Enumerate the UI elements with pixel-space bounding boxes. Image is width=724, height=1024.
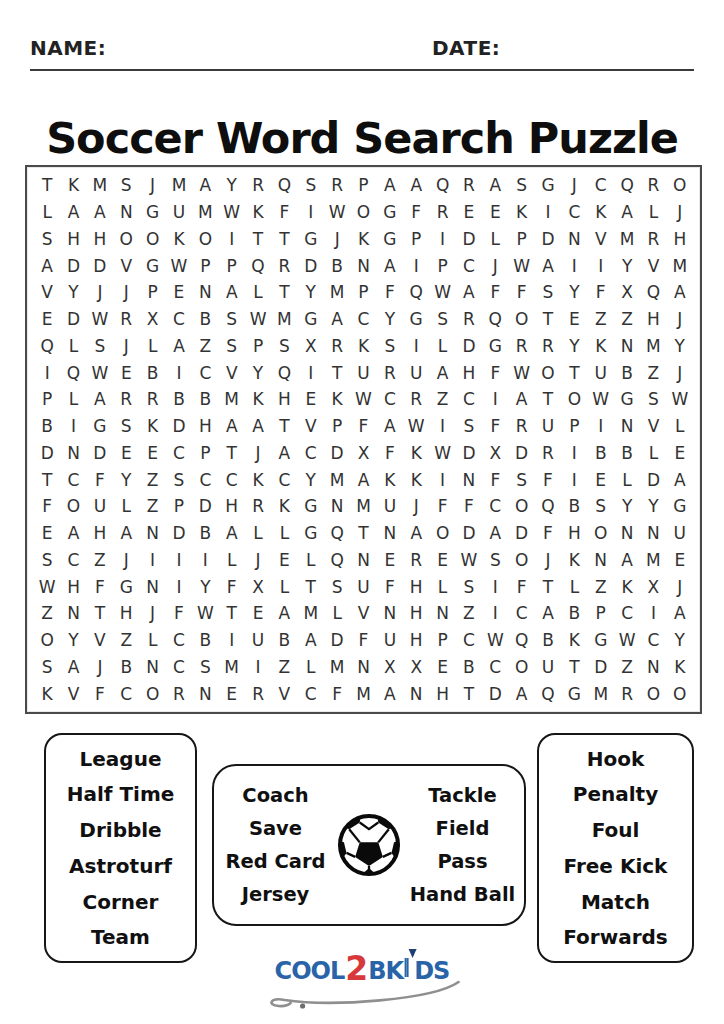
grid-cell-r11c12[interactable]: D bbox=[324, 440, 350, 467]
grid-cell-r13c2[interactable]: O bbox=[60, 493, 86, 520]
grid-cell-r15c25[interactable]: E bbox=[667, 547, 693, 574]
grid-cell-r13c21[interactable]: B bbox=[561, 493, 587, 520]
grid-cell-r5c24[interactable]: Q bbox=[640, 279, 666, 306]
grid-cell-r5c3[interactable]: J bbox=[87, 279, 113, 306]
grid-cell-r11c16[interactable]: W bbox=[429, 440, 455, 467]
grid-cell-r11c20[interactable]: R bbox=[535, 440, 561, 467]
grid-cell-r19c24[interactable]: N bbox=[640, 654, 666, 681]
grid-cell-r19c7[interactable]: S bbox=[192, 654, 218, 681]
grid-cell-r9c22[interactable]: W bbox=[588, 386, 614, 413]
grid-cell-r14c20[interactable]: F bbox=[535, 520, 561, 547]
grid-cell-r3c4[interactable]: O bbox=[113, 226, 139, 253]
grid-cell-r14c6[interactable]: D bbox=[166, 520, 192, 547]
grid-cell-r10c22[interactable]: I bbox=[588, 413, 614, 440]
grid-cell-r16c1[interactable]: W bbox=[34, 573, 60, 600]
grid-cell-r8c19[interactable]: W bbox=[508, 359, 534, 386]
grid-cell-r4c4[interactable]: V bbox=[113, 252, 139, 279]
grid-cell-r15c17[interactable]: W bbox=[456, 547, 482, 574]
grid-cell-r17c6[interactable]: F bbox=[166, 600, 192, 627]
grid-cell-r4c1[interactable]: A bbox=[34, 252, 60, 279]
grid-cell-r17c8[interactable]: T bbox=[219, 600, 245, 627]
grid-cell-r7c24[interactable]: M bbox=[640, 333, 666, 360]
grid-cell-r10c23[interactable]: N bbox=[614, 413, 640, 440]
grid-cell-r4c22[interactable]: I bbox=[588, 252, 614, 279]
grid-cell-r8c1[interactable]: I bbox=[34, 359, 60, 386]
grid-cell-r2c6[interactable]: U bbox=[166, 199, 192, 226]
grid-cell-r4c16[interactable]: P bbox=[429, 252, 455, 279]
grid-cell-r15c6[interactable]: I bbox=[166, 547, 192, 574]
grid-cell-r3c7[interactable]: O bbox=[192, 226, 218, 253]
grid-cell-r5c19[interactable]: F bbox=[508, 279, 534, 306]
grid-cell-r1c16[interactable]: Q bbox=[429, 172, 455, 199]
grid-cell-r7c25[interactable]: Y bbox=[667, 333, 693, 360]
grid-cell-r9c25[interactable]: W bbox=[667, 386, 693, 413]
grid-cell-r15c10[interactable]: E bbox=[271, 547, 297, 574]
grid-cell-r1c6[interactable]: M bbox=[166, 172, 192, 199]
grid-cell-r20c22[interactable]: M bbox=[588, 680, 614, 707]
grid-cell-r4c2[interactable]: D bbox=[60, 252, 86, 279]
grid-cell-r17c12[interactable]: L bbox=[324, 600, 350, 627]
grid-cell-r5c2[interactable]: Y bbox=[60, 279, 86, 306]
grid-cell-r10c20[interactable]: U bbox=[535, 413, 561, 440]
grid-cell-r12c13[interactable]: A bbox=[350, 466, 376, 493]
grid-cell-r3c1[interactable]: S bbox=[34, 226, 60, 253]
grid-cell-r7c7[interactable]: Z bbox=[192, 333, 218, 360]
grid-cell-r13c14[interactable]: U bbox=[377, 493, 403, 520]
grid-cell-r14c19[interactable]: D bbox=[508, 520, 534, 547]
grid-cell-r13c11[interactable]: G bbox=[298, 493, 324, 520]
grid-cell-r17c24[interactable]: I bbox=[640, 600, 666, 627]
grid-cell-r1c1[interactable]: T bbox=[34, 172, 60, 199]
grid-cell-r12c23[interactable]: L bbox=[614, 466, 640, 493]
grid-cell-r10c2[interactable]: I bbox=[60, 413, 86, 440]
grid-cell-r13c10[interactable]: K bbox=[271, 493, 297, 520]
grid-cell-r10c12[interactable]: P bbox=[324, 413, 350, 440]
grid-cell-r18c17[interactable]: C bbox=[456, 627, 482, 654]
grid-cell-r16c17[interactable]: S bbox=[456, 573, 482, 600]
grid-cell-r1c10[interactable]: Q bbox=[271, 172, 297, 199]
grid-cell-r9c18[interactable]: I bbox=[482, 386, 508, 413]
grid-cell-r7c11[interactable]: X bbox=[298, 333, 324, 360]
grid-cell-r3c14[interactable]: G bbox=[377, 226, 403, 253]
grid-cell-r20c19[interactable]: A bbox=[508, 680, 534, 707]
grid-cell-r20c15[interactable]: N bbox=[403, 680, 429, 707]
grid-cell-r4c8[interactable]: P bbox=[219, 252, 245, 279]
grid-cell-r7c4[interactable]: J bbox=[113, 333, 139, 360]
grid-cell-r8c9[interactable]: Y bbox=[245, 359, 271, 386]
grid-cell-r20c20[interactable]: Q bbox=[535, 680, 561, 707]
grid-cell-r11c18[interactable]: X bbox=[482, 440, 508, 467]
grid-cell-r19c15[interactable]: X bbox=[403, 654, 429, 681]
grid-cell-r16c21[interactable]: L bbox=[561, 573, 587, 600]
grid-cell-r20c16[interactable]: H bbox=[429, 680, 455, 707]
grid-cell-r15c23[interactable]: A bbox=[614, 547, 640, 574]
grid-cell-r17c4[interactable]: H bbox=[113, 600, 139, 627]
grid-cell-r15c3[interactable]: Z bbox=[87, 547, 113, 574]
grid-cell-r4c17[interactable]: C bbox=[456, 252, 482, 279]
grid-cell-r9c9[interactable]: K bbox=[245, 386, 271, 413]
grid-cell-r2c24[interactable]: L bbox=[640, 199, 666, 226]
grid-cell-r4c10[interactable]: R bbox=[271, 252, 297, 279]
grid-cell-r18c5[interactable]: L bbox=[139, 627, 165, 654]
grid-cell-r19c6[interactable]: C bbox=[166, 654, 192, 681]
grid-cell-r10c25[interactable]: L bbox=[667, 413, 693, 440]
grid-cell-r6c1[interactable]: E bbox=[34, 306, 60, 333]
grid-cell-r7c14[interactable]: S bbox=[377, 333, 403, 360]
grid-cell-r16c11[interactable]: T bbox=[298, 573, 324, 600]
grid-cell-r13c7[interactable]: D bbox=[192, 493, 218, 520]
grid-cell-r16c4[interactable]: G bbox=[113, 573, 139, 600]
grid-cell-r14c16[interactable]: O bbox=[429, 520, 455, 547]
grid-cell-r6c8[interactable]: S bbox=[219, 306, 245, 333]
grid-cell-r2c18[interactable]: E bbox=[482, 199, 508, 226]
grid-cell-r15c5[interactable]: I bbox=[139, 547, 165, 574]
grid-cell-r18c14[interactable]: U bbox=[377, 627, 403, 654]
grid-cell-r2c16[interactable]: R bbox=[429, 199, 455, 226]
grid-cell-r20c4[interactable]: C bbox=[113, 680, 139, 707]
grid-cell-r10c4[interactable]: S bbox=[113, 413, 139, 440]
grid-cell-r8c18[interactable]: F bbox=[482, 359, 508, 386]
grid-cell-r7c2[interactable]: L bbox=[60, 333, 86, 360]
grid-cell-r13c22[interactable]: S bbox=[588, 493, 614, 520]
grid-cell-r1c18[interactable]: A bbox=[482, 172, 508, 199]
grid-cell-r11c10[interactable]: A bbox=[271, 440, 297, 467]
grid-cell-r6c24[interactable]: H bbox=[640, 306, 666, 333]
grid-cell-r1c25[interactable]: O bbox=[667, 172, 693, 199]
grid-cell-r10c24[interactable]: V bbox=[640, 413, 666, 440]
grid-cell-r20c6[interactable]: R bbox=[166, 680, 192, 707]
grid-cell-r16c13[interactable]: U bbox=[350, 573, 376, 600]
grid-cell-r6c19[interactable]: O bbox=[508, 306, 534, 333]
grid-cell-r11c21[interactable]: I bbox=[561, 440, 587, 467]
grid-cell-r8c2[interactable]: Q bbox=[60, 359, 86, 386]
grid-cell-r6c2[interactable]: D bbox=[60, 306, 86, 333]
grid-cell-r1c15[interactable]: A bbox=[403, 172, 429, 199]
grid-cell-r10c10[interactable]: T bbox=[271, 413, 297, 440]
grid-cell-r6c11[interactable]: G bbox=[298, 306, 324, 333]
grid-cell-r15c16[interactable]: E bbox=[429, 547, 455, 574]
grid-cell-r15c1[interactable]: S bbox=[34, 547, 60, 574]
grid-cell-r7c17[interactable]: D bbox=[456, 333, 482, 360]
grid-cell-r12c18[interactable]: F bbox=[482, 466, 508, 493]
grid-cell-r16c8[interactable]: F bbox=[219, 573, 245, 600]
grid-cell-r10c21[interactable]: P bbox=[561, 413, 587, 440]
grid-cell-r16c2[interactable]: H bbox=[60, 573, 86, 600]
grid-cell-r8c15[interactable]: U bbox=[403, 359, 429, 386]
grid-cell-r18c9[interactable]: U bbox=[245, 627, 271, 654]
grid-cell-r8c7[interactable]: C bbox=[192, 359, 218, 386]
grid-cell-r13c19[interactable]: O bbox=[508, 493, 534, 520]
grid-cell-r1c3[interactable]: M bbox=[87, 172, 113, 199]
grid-cell-r5c17[interactable]: A bbox=[456, 279, 482, 306]
grid-cell-r8c11[interactable]: I bbox=[298, 359, 324, 386]
grid-cell-r3c9[interactable]: T bbox=[245, 226, 271, 253]
grid-cell-r6c9[interactable]: W bbox=[245, 306, 271, 333]
grid-cell-r15c20[interactable]: J bbox=[535, 547, 561, 574]
grid-cell-r18c2[interactable]: Y bbox=[60, 627, 86, 654]
grid-cell-r16c23[interactable]: K bbox=[614, 573, 640, 600]
grid-cell-r2c19[interactable]: K bbox=[508, 199, 534, 226]
grid-cell-r9c5[interactable]: R bbox=[139, 386, 165, 413]
grid-cell-r12c11[interactable]: Y bbox=[298, 466, 324, 493]
grid-cell-r16c10[interactable]: L bbox=[271, 573, 297, 600]
grid-cell-r5c6[interactable]: E bbox=[166, 279, 192, 306]
grid-cell-r6c23[interactable]: Z bbox=[614, 306, 640, 333]
grid-cell-r12c9[interactable]: K bbox=[245, 466, 271, 493]
grid-cell-r17c5[interactable]: J bbox=[139, 600, 165, 627]
grid-cell-r14c2[interactable]: A bbox=[60, 520, 86, 547]
grid-cell-r11c5[interactable]: E bbox=[139, 440, 165, 467]
grid-cell-r14c8[interactable]: A bbox=[219, 520, 245, 547]
grid-cell-r12c19[interactable]: S bbox=[508, 466, 534, 493]
grid-cell-r10c16[interactable]: I bbox=[429, 413, 455, 440]
grid-cell-r14c1[interactable]: E bbox=[34, 520, 60, 547]
grid-cell-r9c13[interactable]: W bbox=[350, 386, 376, 413]
grid-cell-r9c19[interactable]: A bbox=[508, 386, 534, 413]
grid-cell-r9c4[interactable]: R bbox=[113, 386, 139, 413]
grid-cell-r3c18[interactable]: L bbox=[482, 226, 508, 253]
grid-cell-r18c16[interactable]: P bbox=[429, 627, 455, 654]
grid-cell-r3c19[interactable]: P bbox=[508, 226, 534, 253]
grid-cell-r17c17[interactable]: Z bbox=[456, 600, 482, 627]
grid-cell-r12c14[interactable]: K bbox=[377, 466, 403, 493]
grid-cell-r6c25[interactable]: J bbox=[667, 306, 693, 333]
grid-cell-r9c12[interactable]: K bbox=[324, 386, 350, 413]
grid-cell-r9c3[interactable]: A bbox=[87, 386, 113, 413]
grid-cell-r18c12[interactable]: D bbox=[324, 627, 350, 654]
grid-cell-r11c13[interactable]: X bbox=[350, 440, 376, 467]
grid-cell-r12c24[interactable]: D bbox=[640, 466, 666, 493]
grid-cell-r14c17[interactable]: D bbox=[456, 520, 482, 547]
grid-cell-r7c23[interactable]: N bbox=[614, 333, 640, 360]
grid-cell-r12c8[interactable]: C bbox=[219, 466, 245, 493]
grid-cell-r8c8[interactable]: V bbox=[219, 359, 245, 386]
grid-cell-r8c24[interactable]: Z bbox=[640, 359, 666, 386]
grid-cell-r17c19[interactable]: C bbox=[508, 600, 534, 627]
grid-cell-r15c9[interactable]: J bbox=[245, 547, 271, 574]
grid-cell-r5c20[interactable]: S bbox=[535, 279, 561, 306]
grid-cell-r13c13[interactable]: M bbox=[350, 493, 376, 520]
grid-cell-r5c8[interactable]: A bbox=[219, 279, 245, 306]
grid-cell-r2c13[interactable]: O bbox=[350, 199, 376, 226]
grid-cell-r20c11[interactable]: C bbox=[298, 680, 324, 707]
grid-cell-r4c21[interactable]: I bbox=[561, 252, 587, 279]
grid-cell-r19c14[interactable]: X bbox=[377, 654, 403, 681]
grid-cell-r5c5[interactable]: P bbox=[139, 279, 165, 306]
grid-cell-r4c24[interactable]: V bbox=[640, 252, 666, 279]
grid-cell-r6c20[interactable]: T bbox=[535, 306, 561, 333]
grid-cell-r13c8[interactable]: H bbox=[219, 493, 245, 520]
grid-cell-r4c23[interactable]: Y bbox=[614, 252, 640, 279]
grid-cell-r4c20[interactable]: A bbox=[535, 252, 561, 279]
grid-cell-r1c7[interactable]: A bbox=[192, 172, 218, 199]
grid-cell-r5c18[interactable]: F bbox=[482, 279, 508, 306]
grid-cell-r20c13[interactable]: M bbox=[350, 680, 376, 707]
grid-cell-r9c10[interactable]: H bbox=[271, 386, 297, 413]
grid-cell-r4c9[interactable]: Q bbox=[245, 252, 271, 279]
grid-cell-r13c18[interactable]: C bbox=[482, 493, 508, 520]
grid-cell-r6c12[interactable]: A bbox=[324, 306, 350, 333]
grid-cell-r2c2[interactable]: A bbox=[60, 199, 86, 226]
grid-cell-r10c3[interactable]: G bbox=[87, 413, 113, 440]
grid-cell-r19c21[interactable]: T bbox=[561, 654, 587, 681]
grid-cell-r10c11[interactable]: V bbox=[298, 413, 324, 440]
grid-cell-r12c10[interactable]: C bbox=[271, 466, 297, 493]
grid-cell-r3c6[interactable]: K bbox=[166, 226, 192, 253]
grid-cell-r13c1[interactable]: F bbox=[34, 493, 60, 520]
grid-cell-r1c14[interactable]: A bbox=[377, 172, 403, 199]
grid-cell-r2c14[interactable]: G bbox=[377, 199, 403, 226]
grid-cell-r7c21[interactable]: Y bbox=[561, 333, 587, 360]
grid-cell-r8c25[interactable]: J bbox=[667, 359, 693, 386]
grid-cell-r12c7[interactable]: C bbox=[192, 466, 218, 493]
grid-cell-r1c12[interactable]: R bbox=[324, 172, 350, 199]
grid-cell-r17c15[interactable]: H bbox=[403, 600, 429, 627]
grid-cell-r6c5[interactable]: X bbox=[139, 306, 165, 333]
grid-cell-r5c16[interactable]: W bbox=[429, 279, 455, 306]
grid-cell-r3c12[interactable]: J bbox=[324, 226, 350, 253]
grid-cell-r13c15[interactable]: J bbox=[403, 493, 429, 520]
grid-cell-r1c21[interactable]: J bbox=[561, 172, 587, 199]
grid-cell-r11c14[interactable]: F bbox=[377, 440, 403, 467]
grid-cell-r7c8[interactable]: S bbox=[219, 333, 245, 360]
grid-cell-r11c11[interactable]: C bbox=[298, 440, 324, 467]
grid-cell-r9c2[interactable]: L bbox=[60, 386, 86, 413]
grid-cell-r9c21[interactable]: O bbox=[561, 386, 587, 413]
grid-cell-r12c6[interactable]: S bbox=[166, 466, 192, 493]
grid-cell-r13c24[interactable]: Y bbox=[640, 493, 666, 520]
grid-cell-r11c8[interactable]: T bbox=[219, 440, 245, 467]
grid-cell-r6c3[interactable]: W bbox=[87, 306, 113, 333]
grid-cell-r2c17[interactable]: E bbox=[456, 199, 482, 226]
grid-cell-r2c23[interactable]: A bbox=[614, 199, 640, 226]
grid-cell-r17c23[interactable]: C bbox=[614, 600, 640, 627]
grid-cell-r15c4[interactable]: J bbox=[113, 547, 139, 574]
grid-cell-r10c1[interactable]: B bbox=[34, 413, 60, 440]
grid-cell-r9c1[interactable]: P bbox=[34, 386, 60, 413]
grid-cell-r2c4[interactable]: N bbox=[113, 199, 139, 226]
grid-cell-r15c19[interactable]: O bbox=[508, 547, 534, 574]
grid-cell-r15c14[interactable]: E bbox=[377, 547, 403, 574]
grid-cell-r8c6[interactable]: I bbox=[166, 359, 192, 386]
grid-cell-r17c21[interactable]: B bbox=[561, 600, 587, 627]
cool2bkids-logo[interactable]: COOL2BKDS bbox=[275, 956, 450, 1002]
grid-cell-r15c13[interactable]: N bbox=[350, 547, 376, 574]
grid-cell-r6c18[interactable]: Q bbox=[482, 306, 508, 333]
grid-cell-r19c20[interactable]: U bbox=[535, 654, 561, 681]
grid-cell-r5c10[interactable]: T bbox=[271, 279, 297, 306]
grid-cell-r14c23[interactable]: N bbox=[614, 520, 640, 547]
grid-cell-r12c22[interactable]: E bbox=[588, 466, 614, 493]
grid-cell-r18c25[interactable]: Y bbox=[667, 627, 693, 654]
grid-cell-r4c3[interactable]: D bbox=[87, 252, 113, 279]
grid-cell-r2c25[interactable]: J bbox=[667, 199, 693, 226]
grid-cell-r9c16[interactable]: Z bbox=[429, 386, 455, 413]
grid-cell-r17c7[interactable]: W bbox=[192, 600, 218, 627]
grid-cell-r18c8[interactable]: I bbox=[219, 627, 245, 654]
grid-cell-r7c19[interactable]: R bbox=[508, 333, 534, 360]
grid-cell-r12c15[interactable]: K bbox=[403, 466, 429, 493]
grid-cell-r1c4[interactable]: S bbox=[113, 172, 139, 199]
grid-cell-r18c22[interactable]: G bbox=[588, 627, 614, 654]
grid-cell-r3c13[interactable]: K bbox=[350, 226, 376, 253]
grid-cell-r18c6[interactable]: C bbox=[166, 627, 192, 654]
grid-cell-r20c23[interactable]: R bbox=[614, 680, 640, 707]
grid-cell-r13c17[interactable]: F bbox=[456, 493, 482, 520]
grid-cell-r14c25[interactable]: U bbox=[667, 520, 693, 547]
grid-cell-r9c24[interactable]: S bbox=[640, 386, 666, 413]
grid-cell-r9c15[interactable]: R bbox=[403, 386, 429, 413]
grid-cell-r16c22[interactable]: Z bbox=[588, 573, 614, 600]
grid-cell-r16c25[interactable]: J bbox=[667, 573, 693, 600]
grid-cell-r3c2[interactable]: H bbox=[60, 226, 86, 253]
grid-cell-r3c22[interactable]: V bbox=[588, 226, 614, 253]
grid-cell-r3c21[interactable]: N bbox=[561, 226, 587, 253]
grid-cell-r12c20[interactable]: F bbox=[535, 466, 561, 493]
grid-cell-r3c11[interactable]: G bbox=[298, 226, 324, 253]
grid-cell-r1c20[interactable]: G bbox=[535, 172, 561, 199]
grid-cell-r3c16[interactable]: I bbox=[429, 226, 455, 253]
grid-cell-r18c24[interactable]: C bbox=[640, 627, 666, 654]
grid-cell-r1c2[interactable]: K bbox=[60, 172, 86, 199]
grid-cell-r18c4[interactable]: Z bbox=[113, 627, 139, 654]
grid-cell-r13c5[interactable]: Z bbox=[139, 493, 165, 520]
grid-cell-r16c24[interactable]: X bbox=[640, 573, 666, 600]
grid-cell-r13c3[interactable]: U bbox=[87, 493, 113, 520]
grid-cell-r18c21[interactable]: K bbox=[561, 627, 587, 654]
grid-cell-r19c2[interactable]: A bbox=[60, 654, 86, 681]
grid-cell-r18c19[interactable]: Q bbox=[508, 627, 534, 654]
grid-cell-r1c24[interactable]: R bbox=[640, 172, 666, 199]
grid-cell-r3c10[interactable]: T bbox=[271, 226, 297, 253]
grid-cell-r9c8[interactable]: M bbox=[219, 386, 245, 413]
grid-cell-r8c20[interactable]: O bbox=[535, 359, 561, 386]
grid-cell-r9c7[interactable]: B bbox=[192, 386, 218, 413]
grid-cell-r16c19[interactable]: F bbox=[508, 573, 534, 600]
grid-cell-r13c9[interactable]: R bbox=[245, 493, 271, 520]
grid-cell-r16c14[interactable]: F bbox=[377, 573, 403, 600]
grid-cell-r4c11[interactable]: D bbox=[298, 252, 324, 279]
grid-cell-r3c17[interactable]: D bbox=[456, 226, 482, 253]
grid-cell-r13c25[interactable]: G bbox=[667, 493, 693, 520]
grid-cell-r12c16[interactable]: I bbox=[429, 466, 455, 493]
grid-cell-r4c12[interactable]: B bbox=[324, 252, 350, 279]
grid-cell-r6c21[interactable]: E bbox=[561, 306, 587, 333]
grid-cell-r7c15[interactable]: I bbox=[403, 333, 429, 360]
grid-cell-r4c5[interactable]: G bbox=[139, 252, 165, 279]
grid-cell-r11c3[interactable]: D bbox=[87, 440, 113, 467]
grid-cell-r6c14[interactable]: Y bbox=[377, 306, 403, 333]
grid-cell-r4c25[interactable]: M bbox=[667, 252, 693, 279]
grid-cell-r20c17[interactable]: T bbox=[456, 680, 482, 707]
grid-cell-r6c22[interactable]: Z bbox=[588, 306, 614, 333]
grid-cell-r2c21[interactable]: C bbox=[561, 199, 587, 226]
grid-cell-r4c18[interactable]: J bbox=[482, 252, 508, 279]
grid-cell-r4c7[interactable]: P bbox=[192, 252, 218, 279]
grid-cell-r1c19[interactable]: S bbox=[508, 172, 534, 199]
grid-cell-r17c16[interactable]: N bbox=[429, 600, 455, 627]
grid-cell-r16c20[interactable]: T bbox=[535, 573, 561, 600]
grid-cell-r5c25[interactable]: A bbox=[667, 279, 693, 306]
grid-cell-r19c1[interactable]: S bbox=[34, 654, 60, 681]
grid-cell-r15c15[interactable]: R bbox=[403, 547, 429, 574]
grid-cell-r17c10[interactable]: A bbox=[271, 600, 297, 627]
grid-cell-r18c10[interactable]: B bbox=[271, 627, 297, 654]
grid-cell-r3c8[interactable]: I bbox=[219, 226, 245, 253]
grid-cell-r17c11[interactable]: M bbox=[298, 600, 324, 627]
grid-cell-r11c19[interactable]: D bbox=[508, 440, 534, 467]
grid-cell-r4c19[interactable]: W bbox=[508, 252, 534, 279]
